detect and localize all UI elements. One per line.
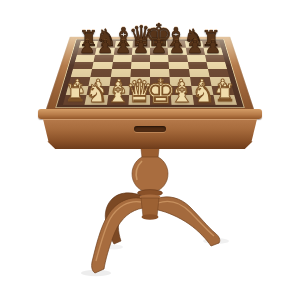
table-leg-right: [150, 197, 219, 246]
square-a5: [73, 62, 94, 70]
square-g7: [186, 48, 205, 55]
square-b4: [90, 69, 111, 77]
square-h1: [213, 95, 237, 105]
square-a3: [68, 77, 90, 86]
square-b6: [94, 54, 114, 61]
square-h4: [208, 69, 230, 77]
square-g4: [189, 69, 210, 77]
square-f1: [171, 95, 193, 105]
square-c6: [113, 54, 132, 61]
square-a2: [66, 86, 89, 95]
square-e4: [150, 69, 170, 77]
chess-board: [63, 41, 237, 105]
square-b1: [85, 95, 108, 105]
square-b2: [87, 86, 109, 95]
square-a7: [77, 48, 97, 55]
square-h3: [210, 77, 232, 86]
square-d7: [132, 48, 150, 55]
square-c7: [114, 48, 133, 55]
square-g2: [191, 86, 213, 95]
pedestal-bulb: [132, 157, 168, 192]
pedestal-foot-knob: [142, 214, 159, 220]
square-f5: [169, 62, 189, 70]
square-d2: [129, 86, 150, 95]
square-f2: [170, 86, 192, 95]
square-f3: [170, 77, 191, 86]
square-e7: [150, 48, 168, 55]
square-g6: [186, 54, 206, 61]
square-h5: [206, 62, 227, 70]
square-c4: [110, 69, 130, 77]
square-g5: [187, 62, 207, 70]
square-d6: [131, 54, 150, 61]
square-h6: [205, 54, 225, 61]
square-h2: [211, 86, 234, 95]
square-f7: [168, 48, 187, 55]
square-c2: [108, 86, 130, 95]
square-e1: [150, 95, 172, 105]
pedestal-shaft: [141, 198, 159, 217]
square-e6: [150, 54, 169, 61]
square-e3: [150, 77, 170, 86]
square-c1: [107, 95, 129, 105]
square-f6: [168, 54, 187, 61]
square-c3: [109, 77, 130, 86]
square-b7: [95, 48, 114, 55]
square-b5: [92, 62, 112, 70]
square-a1: [63, 95, 87, 105]
square-a6: [75, 54, 95, 61]
square-g1: [192, 95, 215, 105]
square-f4: [169, 69, 189, 77]
square-e2: [150, 86, 171, 95]
square-c5: [111, 62, 131, 70]
square-d5: [131, 62, 150, 70]
square-d4: [130, 69, 150, 77]
square-b3: [89, 77, 111, 86]
square-g3: [190, 77, 212, 86]
board-border-inlay: [55, 39, 244, 108]
chess-table-photo: ♜♞♝♛♚♝♞♜♟♟♟♟♟♟♟♟♟♟♟♟♟♟♟♟♜♞♝♛♚♝♞♜: [0, 0, 300, 300]
square-d1: [128, 95, 150, 105]
table-frame: [45, 37, 255, 112]
square-d3: [130, 77, 150, 86]
square-e5: [150, 62, 169, 70]
square-h7: [203, 48, 223, 55]
square-a4: [71, 69, 93, 77]
pedestal-neck: [140, 140, 160, 158]
tabletop: [45, 37, 255, 112]
